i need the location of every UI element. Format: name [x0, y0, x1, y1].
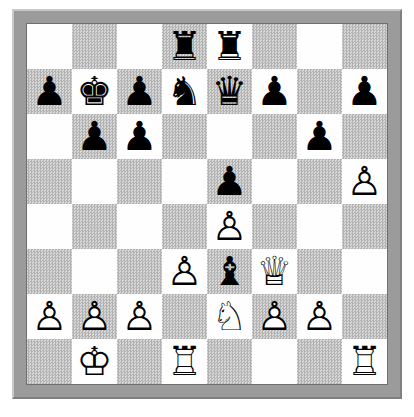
white-queen-piece: ♛♕ — [252, 249, 297, 294]
black-pawn-piece: ♟ — [207, 159, 252, 204]
square-a7[interactable]: ♟ — [27, 69, 72, 114]
square-c1[interactable] — [117, 339, 162, 384]
square-h4[interactable] — [342, 204, 387, 249]
black-rook-piece: ♜ — [162, 24, 207, 69]
square-f2[interactable]: ♟♙ — [252, 294, 297, 339]
square-a5[interactable] — [27, 159, 72, 204]
square-c3[interactable] — [117, 249, 162, 294]
white-rook-piece: ♜♖ — [342, 339, 387, 384]
square-g5[interactable] — [297, 159, 342, 204]
square-e3[interactable]: ♝ — [207, 249, 252, 294]
square-c5[interactable] — [117, 159, 162, 204]
square-f3[interactable]: ♛♕ — [252, 249, 297, 294]
square-c6[interactable]: ♟ — [117, 114, 162, 159]
square-c2[interactable]: ♟♙ — [117, 294, 162, 339]
square-h1[interactable]: ♜♖ — [342, 339, 387, 384]
white-pawn-piece: ♟♙ — [297, 294, 342, 339]
white-pawn-piece: ♟♙ — [27, 294, 72, 339]
square-c8[interactable] — [117, 24, 162, 69]
black-pawn-piece: ♟ — [252, 69, 297, 114]
square-g1[interactable] — [297, 339, 342, 384]
white-piece-outline-layer: ♖ — [162, 339, 207, 384]
square-b2[interactable]: ♟♙ — [72, 294, 117, 339]
black-pawn-piece: ♟ — [117, 69, 162, 114]
black-queen-piece: ♛ — [207, 69, 252, 114]
black-king-piece: ♚ — [72, 69, 117, 114]
white-knight-piece: ♞♘ — [207, 294, 252, 339]
black-pawn-piece: ♟ — [72, 114, 117, 159]
square-e1[interactable] — [207, 339, 252, 384]
white-piece-outline-layer: ♙ — [207, 204, 252, 249]
square-h2[interactable] — [342, 294, 387, 339]
square-d2[interactable] — [162, 294, 207, 339]
square-a2[interactable]: ♟♙ — [27, 294, 72, 339]
square-d6[interactable] — [162, 114, 207, 159]
square-b6[interactable]: ♟ — [72, 114, 117, 159]
square-d8[interactable]: ♜ — [162, 24, 207, 69]
white-piece-outline-layer: ♙ — [27, 294, 72, 339]
square-e7[interactable]: ♛ — [207, 69, 252, 114]
square-b4[interactable] — [72, 204, 117, 249]
board-frame: ♜♜♟♚♟♞♛♟♟♟♟♟♟♟♙♟♙♟♙♝♛♕♟♙♟♙♟♙♞♘♟♙♟♙♚♔♜♖♜♖ — [14, 11, 400, 397]
square-b3[interactable] — [72, 249, 117, 294]
chess-diagram: ♜♜♟♚♟♞♛♟♟♟♟♟♟♟♙♟♙♟♙♝♛♕♟♙♟♙♟♙♞♘♟♙♟♙♚♔♜♖♜♖ — [0, 0, 414, 417]
square-h7[interactable]: ♟ — [342, 69, 387, 114]
square-g7[interactable] — [297, 69, 342, 114]
white-piece-outline-layer: ♔ — [72, 339, 117, 384]
square-d5[interactable] — [162, 159, 207, 204]
white-piece-outline-layer: ♙ — [72, 294, 117, 339]
white-piece-outline-layer: ♘ — [207, 294, 252, 339]
square-f7[interactable]: ♟ — [252, 69, 297, 114]
square-h8[interactable] — [342, 24, 387, 69]
black-knight-piece: ♞ — [162, 69, 207, 114]
square-d1[interactable]: ♜♖ — [162, 339, 207, 384]
white-pawn-piece: ♟♙ — [252, 294, 297, 339]
black-bishop-piece: ♝ — [207, 249, 252, 294]
white-piece-outline-layer: ♕ — [252, 249, 297, 294]
square-a1[interactable] — [27, 339, 72, 384]
white-pawn-piece: ♟♙ — [72, 294, 117, 339]
square-g2[interactable]: ♟♙ — [297, 294, 342, 339]
square-h6[interactable] — [342, 114, 387, 159]
square-e4[interactable]: ♟♙ — [207, 204, 252, 249]
square-g6[interactable]: ♟ — [297, 114, 342, 159]
square-g8[interactable] — [297, 24, 342, 69]
square-a4[interactable] — [27, 204, 72, 249]
square-a8[interactable] — [27, 24, 72, 69]
square-e8[interactable]: ♜ — [207, 24, 252, 69]
square-c4[interactable] — [117, 204, 162, 249]
white-piece-outline-layer: ♖ — [342, 339, 387, 384]
square-d4[interactable] — [162, 204, 207, 249]
black-pawn-piece: ♟ — [297, 114, 342, 159]
square-g3[interactable] — [297, 249, 342, 294]
white-pawn-piece: ♟♙ — [342, 159, 387, 204]
square-h3[interactable] — [342, 249, 387, 294]
square-f5[interactable] — [252, 159, 297, 204]
square-a6[interactable] — [27, 114, 72, 159]
square-f4[interactable] — [252, 204, 297, 249]
square-d3[interactable]: ♟♙ — [162, 249, 207, 294]
black-rook-piece: ♜ — [207, 24, 252, 69]
black-pawn-piece: ♟ — [27, 69, 72, 114]
square-a3[interactable] — [27, 249, 72, 294]
square-d7[interactable]: ♞ — [162, 69, 207, 114]
square-e2[interactable]: ♞♘ — [207, 294, 252, 339]
white-piece-outline-layer: ♙ — [117, 294, 162, 339]
square-b7[interactable]: ♚ — [72, 69, 117, 114]
square-g4[interactable] — [297, 204, 342, 249]
square-b1[interactable]: ♚♔ — [72, 339, 117, 384]
white-piece-outline-layer: ♙ — [342, 159, 387, 204]
square-f6[interactable] — [252, 114, 297, 159]
white-piece-outline-layer: ♙ — [252, 294, 297, 339]
white-piece-outline-layer: ♙ — [297, 294, 342, 339]
square-b8[interactable] — [72, 24, 117, 69]
white-pawn-piece: ♟♙ — [117, 294, 162, 339]
square-e5[interactable]: ♟ — [207, 159, 252, 204]
white-piece-outline-layer: ♙ — [162, 249, 207, 294]
white-pawn-piece: ♟♙ — [162, 249, 207, 294]
square-e6[interactable] — [207, 114, 252, 159]
white-rook-piece: ♜♖ — [162, 339, 207, 384]
white-king-piece: ♚♔ — [72, 339, 117, 384]
square-f8[interactable] — [252, 24, 297, 69]
black-pawn-piece: ♟ — [342, 69, 387, 114]
black-pawn-piece: ♟ — [117, 114, 162, 159]
square-b5[interactable] — [72, 159, 117, 204]
white-pawn-piece: ♟♙ — [207, 204, 252, 249]
square-h5[interactable]: ♟♙ — [342, 159, 387, 204]
square-f1[interactable] — [252, 339, 297, 384]
square-c7[interactable]: ♟ — [117, 69, 162, 114]
chess-board: ♜♜♟♚♟♞♛♟♟♟♟♟♟♟♙♟♙♟♙♝♛♕♟♙♟♙♟♙♞♘♟♙♟♙♚♔♜♖♜♖ — [26, 23, 388, 385]
board-frame-outer-edge: ♜♜♟♚♟♞♛♟♟♟♟♟♟♟♙♟♙♟♙♝♛♕♟♙♟♙♟♙♞♘♟♙♟♙♚♔♜♖♜♖ — [12, 9, 402, 399]
